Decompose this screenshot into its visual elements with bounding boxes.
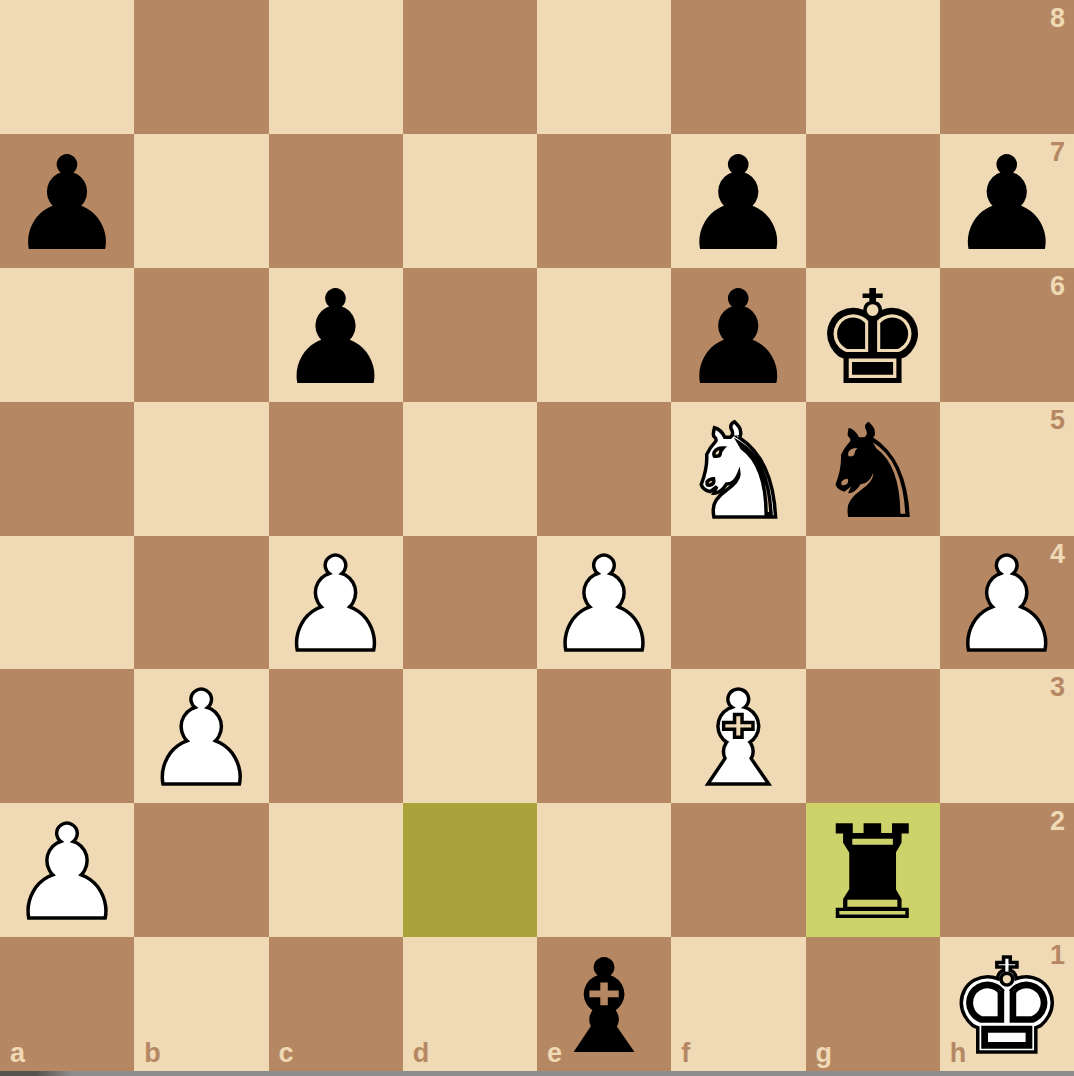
piece-black-bishop-e1[interactable]: ♝ (546, 942, 663, 1072)
square-d3[interactable] (403, 669, 537, 803)
square-c7[interactable] (269, 134, 403, 268)
square-h4[interactable]: 4♟ (940, 536, 1074, 670)
square-f6[interactable]: ♟ (671, 268, 805, 402)
coord-file-g: g (816, 1040, 833, 1067)
square-c3[interactable] (269, 669, 403, 803)
square-b6[interactable] (134, 268, 268, 402)
square-h8[interactable]: 8 (940, 0, 1074, 134)
square-h7[interactable]: 7♟ (940, 134, 1074, 268)
square-c2[interactable] (269, 803, 403, 937)
square-d1[interactable]: d (403, 937, 537, 1071)
square-e1[interactable]: e♝ (537, 937, 671, 1071)
piece-white-king-h1[interactable]: ♚ (949, 942, 1066, 1072)
coord-rank-5: 5 (1050, 407, 1065, 434)
square-f3[interactable]: ♝ (671, 669, 805, 803)
square-d6[interactable] (403, 268, 537, 402)
square-c1[interactable]: c (269, 937, 403, 1071)
piece-black-pawn-c6[interactable]: ♟ (277, 273, 394, 403)
square-h5[interactable]: 5 (940, 402, 1074, 536)
square-f4[interactable] (671, 536, 805, 670)
square-a4[interactable] (0, 536, 134, 670)
square-g4[interactable] (806, 536, 940, 670)
square-d5[interactable] (403, 402, 537, 536)
chess-board: 8♟♟7♟♟♟♚6♞♞5♟♟4♟♟♝3♟♜2abcde♝fg1h♚ (0, 0, 1074, 1071)
square-d4[interactable] (403, 536, 537, 670)
square-g5[interactable]: ♞ (806, 402, 940, 536)
square-c6[interactable]: ♟ (269, 268, 403, 402)
square-h2[interactable]: 2 (940, 803, 1074, 937)
square-a6[interactable] (0, 268, 134, 402)
coord-file-d: d (413, 1040, 430, 1067)
piece-white-pawn-c4[interactable]: ♟ (277, 540, 394, 670)
coord-rank-8: 8 (1050, 5, 1065, 32)
square-a1[interactable]: a (0, 937, 134, 1071)
chess-app-window: 8♟♟7♟♟♟♚6♞♞5♟♟4♟♟♝3♟♜2abcde♝fg1h♚ (0, 0, 1074, 1076)
square-c5[interactable] (269, 402, 403, 536)
square-b4[interactable] (134, 536, 268, 670)
square-b3[interactable]: ♟ (134, 669, 268, 803)
square-b1[interactable]: b (134, 937, 268, 1071)
piece-white-knight-f5[interactable]: ♞ (680, 407, 797, 537)
square-e3[interactable] (537, 669, 671, 803)
piece-black-pawn-a7[interactable]: ♟ (9, 139, 126, 269)
square-b2[interactable] (134, 803, 268, 937)
square-f8[interactable] (671, 0, 805, 134)
coord-file-f: f (681, 1040, 690, 1067)
square-e2[interactable] (537, 803, 671, 937)
square-g6[interactable]: ♚ (806, 268, 940, 402)
square-d8[interactable] (403, 0, 537, 134)
square-g3[interactable] (806, 669, 940, 803)
square-e5[interactable] (537, 402, 671, 536)
square-a3[interactable] (0, 669, 134, 803)
square-e8[interactable] (537, 0, 671, 134)
square-a2[interactable]: ♟ (0, 803, 134, 937)
square-e6[interactable] (537, 268, 671, 402)
square-f2[interactable] (671, 803, 805, 937)
square-b7[interactable] (134, 134, 268, 268)
piece-black-pawn-f7[interactable]: ♟ (680, 139, 797, 269)
square-g2[interactable]: ♜ (806, 803, 940, 937)
square-h6[interactable]: 6 (940, 268, 1074, 402)
square-h1[interactable]: 1h♚ (940, 937, 1074, 1071)
square-e7[interactable] (537, 134, 671, 268)
piece-white-bishop-f3[interactable]: ♝ (680, 674, 797, 804)
square-c8[interactable] (269, 0, 403, 134)
square-f5[interactable]: ♞ (671, 402, 805, 536)
square-d2[interactable] (403, 803, 537, 937)
piece-white-pawn-h4[interactable]: ♟ (949, 540, 1066, 670)
square-g8[interactable] (806, 0, 940, 134)
piece-black-king-g6[interactable]: ♚ (814, 273, 931, 403)
coord-file-b: b (144, 1040, 161, 1067)
square-g7[interactable] (806, 134, 940, 268)
coord-rank-2: 2 (1050, 808, 1065, 835)
piece-black-pawn-h7[interactable]: ♟ (949, 139, 1066, 269)
square-d7[interactable] (403, 134, 537, 268)
square-b5[interactable] (134, 402, 268, 536)
piece-black-pawn-f6[interactable]: ♟ (680, 273, 797, 403)
window-bottom-edge (0, 1071, 1074, 1076)
square-a7[interactable]: ♟ (0, 134, 134, 268)
coord-file-a: a (10, 1040, 25, 1067)
square-f7[interactable]: ♟ (671, 134, 805, 268)
square-b8[interactable] (134, 0, 268, 134)
square-h3[interactable]: 3 (940, 669, 1074, 803)
square-a5[interactable] (0, 402, 134, 536)
piece-white-pawn-a2[interactable]: ♟ (9, 808, 126, 938)
square-g1[interactable]: g (806, 937, 940, 1071)
piece-black-rook-g2[interactable]: ♜ (814, 808, 931, 938)
square-a8[interactable] (0, 0, 134, 134)
square-f1[interactable]: f (671, 937, 805, 1071)
piece-black-knight-g5[interactable]: ♞ (814, 407, 931, 537)
square-c4[interactable]: ♟ (269, 536, 403, 670)
piece-white-pawn-b3[interactable]: ♟ (143, 674, 260, 804)
piece-white-pawn-e4[interactable]: ♟ (546, 540, 663, 670)
square-e4[interactable]: ♟ (537, 536, 671, 670)
coord-file-c: c (279, 1040, 294, 1067)
